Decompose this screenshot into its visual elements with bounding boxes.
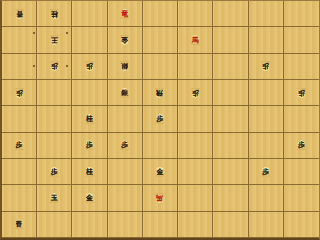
square-r3c1[interactable] bbox=[2, 54, 37, 80]
square-r2c1[interactable] bbox=[2, 27, 37, 53]
square-r1c3[interactable] bbox=[72, 1, 100, 27]
square-r4c2[interactable] bbox=[37, 80, 72, 100]
square-r3c3[interactable]: 歩 bbox=[72, 54, 100, 80]
square-r2c3[interactable] bbox=[72, 27, 100, 53]
square-r1c1[interactable]: 香 bbox=[2, 1, 37, 27]
square-r3c2[interactable]: 歩 bbox=[37, 54, 72, 80]
square-r2c2[interactable]: 王 bbox=[37, 27, 72, 53]
square-r4c1[interactable]: 歩 bbox=[2, 80, 37, 100]
square-r1c2[interactable]: 桂 bbox=[37, 1, 72, 27]
piece-king[interactable]: 王 bbox=[50, 35, 59, 45]
piece-pawn[interactable]: 歩 bbox=[85, 61, 94, 71]
hoshi-dot bbox=[66, 65, 68, 67]
hoshi-dot bbox=[33, 65, 35, 67]
square-r4c3[interactable] bbox=[72, 80, 100, 100]
hoshi-dot bbox=[33, 32, 35, 34]
piece-lance[interactable]: 香 bbox=[15, 9, 24, 19]
piece-knight[interactable]: 桂 bbox=[50, 9, 59, 19]
shogi-board: 香桂竜王金馬歩歩銀歩歩銀飛歩歩桂歩歩歩歩歩歩桂金歩玉金馬香 bbox=[0, 0, 100, 100]
piece-pawn[interactable]: 歩 bbox=[15, 88, 24, 98]
piece-pawn[interactable]: 歩 bbox=[50, 61, 59, 71]
hoshi-dot bbox=[66, 32, 68, 34]
